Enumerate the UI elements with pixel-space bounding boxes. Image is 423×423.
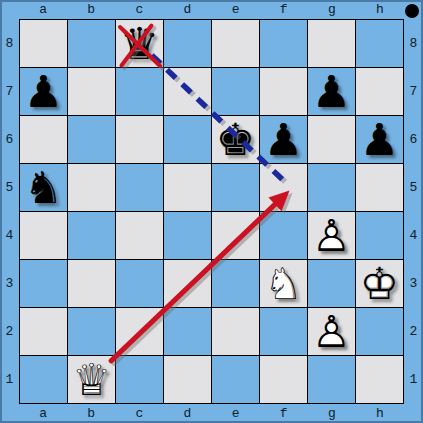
file-label-bottom-e: e	[212, 404, 260, 423]
piece-black-pawn-a7[interactable]: ♟	[20, 68, 67, 115]
rank-label-right-3: 3	[404, 260, 423, 308]
rank-label-right-1: 1	[404, 356, 423, 404]
square-a5[interactable]: ♞	[20, 164, 67, 211]
file-label-top-b: b	[67, 0, 115, 19]
white-king-outline: ♔	[360, 260, 399, 307]
square-d5[interactable]	[164, 164, 211, 211]
square-f8[interactable]	[260, 20, 307, 67]
rank-label-left-3: 3	[0, 260, 19, 308]
square-c2[interactable]	[116, 308, 163, 355]
square-b3[interactable]	[68, 260, 115, 307]
square-g1[interactable]	[308, 356, 355, 403]
piece-black-king-e6[interactable]: ♚	[212, 116, 259, 163]
square-b5[interactable]	[68, 164, 115, 211]
square-e1[interactable]	[212, 356, 259, 403]
file-label-bottom-a: a	[19, 404, 67, 423]
white-pawn-outline: ♙	[312, 308, 351, 355]
black-pawn-glyph: ♟	[24, 68, 63, 115]
file-label-top-a: a	[19, 0, 67, 19]
square-f7[interactable]	[260, 68, 307, 115]
square-h1[interactable]	[356, 356, 403, 403]
white-pawn-outline: ♙	[312, 212, 351, 259]
square-f4[interactable]	[260, 212, 307, 259]
square-h7[interactable]	[356, 68, 403, 115]
square-b1[interactable]: ♛♕	[68, 356, 115, 403]
square-c5[interactable]	[116, 164, 163, 211]
rank-label-left-7: 7	[0, 67, 19, 115]
white-queen-outline: ♕	[72, 356, 111, 403]
square-a3[interactable]	[20, 260, 67, 307]
square-d3[interactable]	[164, 260, 211, 307]
rank-label-left-6: 6	[0, 115, 19, 163]
square-e8[interactable]	[212, 20, 259, 67]
square-h2[interactable]	[356, 308, 403, 355]
square-d6[interactable]	[164, 116, 211, 163]
rank-label-right-4: 4	[404, 212, 423, 260]
file-label-bottom-f: f	[260, 404, 308, 423]
rank-labels-left: 87654321	[0, 19, 19, 404]
rank-label-left-5: 5	[0, 163, 19, 211]
piece-white-pawn-g4[interactable]: ♟♙	[308, 212, 355, 259]
square-b4[interactable]	[68, 212, 115, 259]
square-g2[interactable]: ♟♙	[308, 308, 355, 355]
square-h6[interactable]: ♟	[356, 116, 403, 163]
square-g3[interactable]	[308, 260, 355, 307]
square-f6[interactable]: ♟	[260, 116, 307, 163]
file-label-bottom-d: d	[163, 404, 211, 423]
piece-white-pawn-g2[interactable]: ♟♙	[308, 308, 355, 355]
square-b2[interactable]	[68, 308, 115, 355]
black-pawn-glyph: ♟	[360, 116, 399, 163]
square-c8[interactable]: ♛	[116, 20, 163, 67]
file-label-top-g: g	[308, 0, 356, 19]
file-label-bottom-g: g	[308, 404, 356, 423]
file-label-top-h: h	[356, 0, 404, 19]
square-c7[interactable]	[116, 68, 163, 115]
square-g8[interactable]	[308, 20, 355, 67]
square-h3[interactable]: ♚♔	[356, 260, 403, 307]
square-e2[interactable]	[212, 308, 259, 355]
square-e7[interactable]	[212, 68, 259, 115]
chess-board[interactable]: ♛♟♟♚♟♟♞♟♙♞♘♚♔♟♙♛♕	[19, 19, 404, 404]
black-pawn-glyph: ♟	[312, 68, 351, 115]
black-king-glyph: ♚	[216, 116, 255, 163]
piece-black-knight-a5[interactable]: ♞	[20, 164, 67, 211]
square-a4[interactable]	[20, 212, 67, 259]
rank-label-right-7: 7	[404, 67, 423, 115]
square-g7[interactable]: ♟	[308, 68, 355, 115]
square-d2[interactable]	[164, 308, 211, 355]
square-a2[interactable]	[20, 308, 67, 355]
rank-label-left-4: 4	[0, 212, 19, 260]
square-e6[interactable]: ♚	[212, 116, 259, 163]
square-d1[interactable]	[164, 356, 211, 403]
square-g4[interactable]: ♟♙	[308, 212, 355, 259]
square-a6[interactable]	[20, 116, 67, 163]
square-b8[interactable]	[68, 20, 115, 67]
square-c6[interactable]	[116, 116, 163, 163]
square-g6[interactable]	[308, 116, 355, 163]
square-h4[interactable]	[356, 212, 403, 259]
piece-white-knight-f3[interactable]: ♞♘	[260, 260, 307, 307]
black-queen-glyph: ♛	[120, 20, 159, 67]
square-e4[interactable]	[212, 212, 259, 259]
square-b7[interactable]	[68, 68, 115, 115]
square-c1[interactable]	[116, 356, 163, 403]
file-labels-top: abcdefgh	[19, 0, 404, 19]
square-b6[interactable]	[68, 116, 115, 163]
file-label-top-d: d	[163, 0, 211, 19]
file-label-bottom-c: c	[115, 404, 163, 423]
rank-label-right-6: 6	[404, 115, 423, 163]
file-label-top-c: c	[115, 0, 163, 19]
square-d4[interactable]	[164, 212, 211, 259]
square-d7[interactable]	[164, 68, 211, 115]
file-label-bottom-h: h	[356, 404, 404, 423]
rank-label-left-8: 8	[0, 19, 19, 67]
square-a8[interactable]	[20, 20, 67, 67]
square-c4[interactable]	[116, 212, 163, 259]
file-label-top-e: e	[212, 0, 260, 19]
black-knight-glyph: ♞	[24, 164, 63, 211]
square-f3[interactable]: ♞♘	[260, 260, 307, 307]
square-e5[interactable]	[212, 164, 259, 211]
square-c3[interactable]	[116, 260, 163, 307]
black-pawn-glyph: ♟	[264, 116, 303, 163]
square-h8[interactable]	[356, 20, 403, 67]
piece-black-pawn-h6[interactable]: ♟	[356, 116, 403, 163]
piece-white-queen-b1[interactable]: ♛♕	[68, 356, 115, 403]
square-g5[interactable]	[308, 164, 355, 211]
file-labels-bottom: abcdefgh	[19, 404, 404, 423]
square-e3[interactable]	[212, 260, 259, 307]
rank-label-right-8: 8	[404, 19, 423, 67]
rank-label-left-1: 1	[0, 356, 19, 404]
square-a7[interactable]: ♟	[20, 68, 67, 115]
square-a1[interactable]	[20, 356, 67, 403]
rank-label-right-5: 5	[404, 163, 423, 211]
rank-labels-right: 87654321	[404, 19, 423, 404]
white-knight-outline: ♘	[264, 260, 303, 307]
file-label-bottom-b: b	[67, 404, 115, 423]
rank-label-left-2: 2	[0, 308, 19, 356]
piece-black-queen-c8[interactable]: ♛	[116, 20, 163, 67]
piece-white-king-h3[interactable]: ♚♔	[356, 260, 403, 307]
chess-board-frame: abcdefgh abcdefgh 87654321 87654321 ♛♟♟♚…	[0, 0, 423, 423]
piece-black-pawn-g7[interactable]: ♟	[308, 68, 355, 115]
black-to-move-indicator	[405, 4, 419, 18]
square-d8[interactable]	[164, 20, 211, 67]
file-label-top-f: f	[260, 0, 308, 19]
square-f5[interactable]	[260, 164, 307, 211]
square-f1[interactable]	[260, 356, 307, 403]
square-f2[interactable]	[260, 308, 307, 355]
rank-label-right-2: 2	[404, 308, 423, 356]
piece-black-pawn-f6[interactable]: ♟	[260, 116, 307, 163]
square-h5[interactable]	[356, 164, 403, 211]
